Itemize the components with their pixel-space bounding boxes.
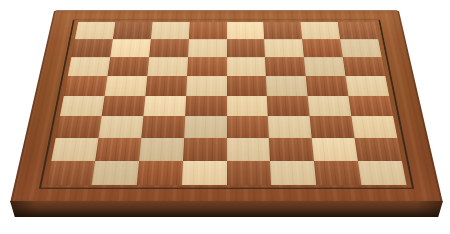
- board-side-edge: [10, 201, 443, 217]
- square-c8[interactable]: [151, 22, 190, 39]
- square-a5[interactable]: [64, 76, 108, 96]
- square-g7[interactable]: [302, 39, 343, 57]
- square-b7[interactable]: [110, 39, 151, 57]
- square-f4[interactable]: [267, 96, 310, 117]
- square-d2[interactable]: [183, 138, 227, 161]
- square-a6[interactable]: [68, 57, 110, 76]
- square-d7[interactable]: [188, 39, 227, 57]
- chess-board: [10, 10, 443, 203]
- square-f3[interactable]: [268, 116, 312, 138]
- square-d6[interactable]: [187, 57, 227, 76]
- square-e2[interactable]: [227, 138, 271, 161]
- product-photo-canvas: [0, 0, 450, 234]
- square-a3[interactable]: [56, 116, 102, 138]
- square-c1[interactable]: [137, 161, 183, 185]
- square-e4[interactable]: [227, 96, 269, 117]
- square-f2[interactable]: [269, 138, 314, 161]
- frame-inlay-line: [39, 20, 414, 189]
- square-d1[interactable]: [182, 161, 227, 185]
- square-f5[interactable]: [266, 76, 308, 96]
- square-h2[interactable]: [355, 138, 402, 161]
- square-f6[interactable]: [265, 57, 306, 76]
- square-e3[interactable]: [227, 116, 270, 138]
- square-a4[interactable]: [60, 96, 105, 117]
- square-b1[interactable]: [92, 161, 139, 185]
- square-b5[interactable]: [105, 76, 148, 96]
- square-h6[interactable]: [343, 57, 385, 76]
- square-e1[interactable]: [227, 161, 272, 185]
- square-e7[interactable]: [227, 39, 266, 57]
- board-squares-grid: [47, 22, 407, 185]
- square-c2[interactable]: [139, 138, 184, 161]
- square-g2[interactable]: [312, 138, 358, 161]
- square-h3[interactable]: [351, 116, 397, 138]
- square-h5[interactable]: [346, 76, 390, 96]
- square-b3[interactable]: [98, 116, 143, 138]
- square-c6[interactable]: [147, 57, 188, 76]
- square-d8[interactable]: [189, 22, 227, 39]
- square-d4[interactable]: [185, 96, 227, 117]
- square-f1[interactable]: [270, 161, 316, 185]
- square-b4[interactable]: [102, 96, 146, 117]
- square-h4[interactable]: [348, 96, 393, 117]
- square-g1[interactable]: [314, 161, 361, 185]
- board-frame: [10, 10, 443, 203]
- square-h7[interactable]: [340, 39, 381, 57]
- square-c3[interactable]: [141, 116, 185, 138]
- square-g3[interactable]: [310, 116, 355, 138]
- square-c5[interactable]: [145, 76, 187, 96]
- square-h1[interactable]: [358, 161, 406, 185]
- square-b6[interactable]: [107, 57, 149, 76]
- square-a1[interactable]: [47, 161, 95, 185]
- square-a2[interactable]: [51, 138, 98, 161]
- square-e8[interactable]: [227, 22, 265, 39]
- square-c4[interactable]: [143, 96, 186, 117]
- square-e5[interactable]: [227, 76, 268, 96]
- square-g5[interactable]: [306, 76, 349, 96]
- square-e6[interactable]: [227, 57, 267, 76]
- square-g8[interactable]: [301, 22, 341, 39]
- square-b2[interactable]: [95, 138, 141, 161]
- square-a7[interactable]: [71, 39, 112, 57]
- square-a8[interactable]: [75, 22, 115, 39]
- square-c7[interactable]: [149, 39, 189, 57]
- square-d5[interactable]: [186, 76, 227, 96]
- square-b8[interactable]: [113, 22, 153, 39]
- square-g4[interactable]: [308, 96, 352, 117]
- square-d3[interactable]: [184, 116, 227, 138]
- square-g6[interactable]: [304, 57, 346, 76]
- square-f8[interactable]: [264, 22, 303, 39]
- square-f7[interactable]: [264, 39, 304, 57]
- square-h8[interactable]: [338, 22, 378, 39]
